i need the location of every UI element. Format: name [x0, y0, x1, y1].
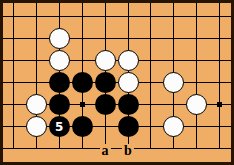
grid-line-vertical [150, 3, 151, 149]
grid-line-vertical [13, 3, 14, 149]
star-point [217, 102, 222, 107]
star-point [80, 102, 85, 107]
go-board: 5ab [0, 0, 234, 165]
white-stone [163, 72, 184, 93]
black-stone [49, 94, 70, 115]
point-label-a: a [100, 144, 111, 158]
grid-line-vertical [196, 3, 197, 149]
black-stone: 5 [49, 116, 70, 137]
white-stone [186, 94, 207, 115]
white-stone [26, 116, 47, 137]
black-stone [118, 94, 139, 115]
point-label-b: b [122, 144, 134, 158]
white-stone [163, 116, 184, 137]
go-diagram: 5ab [0, 0, 234, 165]
white-stone [118, 50, 139, 71]
black-stone [72, 72, 93, 93]
black-stone [72, 116, 93, 137]
black-stone [95, 94, 116, 115]
white-stone [118, 72, 139, 93]
black-stone [49, 72, 70, 93]
black-stone [95, 72, 116, 93]
white-stone [49, 50, 70, 71]
grid-line-vertical [219, 3, 220, 149]
white-stone [95, 50, 116, 71]
black-stone [118, 116, 139, 137]
white-stone [26, 94, 47, 115]
white-stone [49, 28, 70, 49]
move-number-label: 5 [55, 121, 63, 133]
